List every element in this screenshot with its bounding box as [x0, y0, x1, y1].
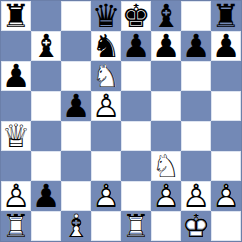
square-d1[interactable]: [91, 211, 121, 241]
square-c6[interactable]: [61, 61, 91, 91]
square-c5[interactable]: ♟: [61, 91, 91, 121]
square-d3[interactable]: [91, 151, 121, 181]
square-c1[interactable]: ♝♗: [61, 211, 91, 241]
white-pawn-icon: ♙: [91, 181, 121, 211]
square-b2[interactable]: ♟: [31, 181, 61, 211]
square-e7[interactable]: ♟: [121, 31, 151, 61]
square-h1[interactable]: [211, 211, 241, 241]
square-g1[interactable]: ♚♔: [181, 211, 211, 241]
square-a1[interactable]: ♜♖: [1, 211, 31, 241]
square-h5[interactable]: [211, 91, 241, 121]
black-rook-icon: ♜: [211, 1, 241, 31]
square-f4[interactable]: [151, 121, 181, 151]
square-h6[interactable]: [211, 61, 241, 91]
square-g8[interactable]: [181, 1, 211, 31]
black-bishop-icon: ♝: [31, 31, 61, 61]
square-d4[interactable]: [91, 121, 121, 151]
white-knight-fill: ♞: [91, 61, 121, 91]
white-pawn-icon: ♙: [181, 181, 211, 211]
square-f2[interactable]: ♟♙: [151, 181, 181, 211]
square-g7[interactable]: ♟: [181, 31, 211, 61]
square-g2[interactable]: ♟♙: [181, 181, 211, 211]
square-b8[interactable]: [31, 1, 61, 31]
black-pawn-icon: ♟: [61, 91, 91, 121]
white-pawn-fill: ♟: [91, 181, 121, 211]
square-h8[interactable]: ♜: [211, 1, 241, 31]
square-a2[interactable]: ♟♙: [1, 181, 31, 211]
square-c7[interactable]: [61, 31, 91, 61]
square-a6[interactable]: ♟: [1, 61, 31, 91]
white-pawn-icon: ♙: [91, 91, 121, 121]
square-g3[interactable]: [181, 151, 211, 181]
white-pawn-fill: ♟: [1, 181, 31, 211]
square-b7[interactable]: ♝: [31, 31, 61, 61]
square-g6[interactable]: [181, 61, 211, 91]
black-pawn-icon: ♟: [181, 31, 211, 61]
white-knight-icon: ♘: [91, 61, 121, 91]
square-h4[interactable]: [211, 121, 241, 151]
black-pawn-icon: ♟: [31, 181, 61, 211]
white-queen-fill: ♛: [1, 121, 31, 151]
square-b6[interactable]: [31, 61, 61, 91]
square-d7[interactable]: ♞: [91, 31, 121, 61]
black-knight-icon: ♞: [91, 31, 121, 61]
square-f6[interactable]: [151, 61, 181, 91]
square-f7[interactable]: ♟: [151, 31, 181, 61]
white-pawn-fill: ♟: [211, 181, 241, 211]
square-e5[interactable]: [121, 91, 151, 121]
square-a4[interactable]: ♛♕: [1, 121, 31, 151]
square-d2[interactable]: ♟♙: [91, 181, 121, 211]
square-b5[interactable]: [31, 91, 61, 121]
square-e3[interactable]: [121, 151, 151, 181]
white-bishop-icon: ♗: [61, 211, 91, 241]
square-h7[interactable]: ♟: [211, 31, 241, 61]
square-c4[interactable]: [61, 121, 91, 151]
square-e8[interactable]: ♚: [121, 1, 151, 31]
square-b3[interactable]: [31, 151, 61, 181]
white-rook-fill: ♜: [1, 211, 31, 241]
white-king-icon: ♔: [181, 211, 211, 241]
square-h3[interactable]: [211, 151, 241, 181]
white-rook-icon: ♖: [1, 211, 31, 241]
square-b1[interactable]: [31, 211, 61, 241]
black-pawn-icon: ♟: [211, 31, 241, 61]
square-h2[interactable]: ♟♙: [211, 181, 241, 211]
square-d5[interactable]: ♟♙: [91, 91, 121, 121]
black-pawn-icon: ♟: [121, 31, 151, 61]
square-e1[interactable]: ♜♖: [121, 211, 151, 241]
square-b4[interactable]: [31, 121, 61, 151]
white-rook-fill: ♜: [121, 211, 151, 241]
square-d8[interactable]: ♛: [91, 1, 121, 31]
square-g4[interactable]: [181, 121, 211, 151]
square-f3[interactable]: ♞♘: [151, 151, 181, 181]
white-pawn-fill: ♟: [91, 91, 121, 121]
white-bishop-fill: ♝: [61, 211, 91, 241]
square-a3[interactable]: [1, 151, 31, 181]
square-f5[interactable]: [151, 91, 181, 121]
white-knight-icon: ♘: [151, 151, 181, 181]
square-f1[interactable]: [151, 211, 181, 241]
square-g5[interactable]: [181, 91, 211, 121]
square-e4[interactable]: [121, 121, 151, 151]
white-pawn-fill: ♟: [151, 181, 181, 211]
black-pawn-icon: ♟: [1, 61, 31, 91]
square-a7[interactable]: [1, 31, 31, 61]
square-d6[interactable]: ♞♘: [91, 61, 121, 91]
black-pawn-icon: ♟: [151, 31, 181, 61]
white-rook-icon: ♖: [121, 211, 151, 241]
square-a8[interactable]: ♜: [1, 1, 31, 31]
white-pawn-icon: ♙: [151, 181, 181, 211]
chess-board: ♜♛♚♝♜♝♞♟♟♟♟♟♞♘♟♟♙♛♕♞♘♟♙♟♟♙♟♙♟♙♟♙♜♖♝♗♜♖♚♔: [1, 1, 241, 241]
square-c3[interactable]: [61, 151, 91, 181]
chess-board-frame: ♜♛♚♝♜♝♞♟♟♟♟♟♞♘♟♟♙♛♕♞♘♟♙♟♟♙♟♙♟♙♟♙♜♖♝♗♜♖♚♔: [0, 0, 242, 242]
square-e2[interactable]: [121, 181, 151, 211]
black-queen-icon: ♛: [91, 1, 121, 31]
black-bishop-icon: ♝: [151, 1, 181, 31]
square-e6[interactable]: [121, 61, 151, 91]
black-rook-icon: ♜: [1, 1, 31, 31]
white-pawn-icon: ♙: [211, 181, 241, 211]
white-knight-fill: ♞: [151, 151, 181, 181]
square-c8[interactable]: [61, 1, 91, 31]
square-a5[interactable]: [1, 91, 31, 121]
white-queen-icon: ♕: [1, 121, 31, 151]
white-pawn-icon: ♙: [1, 181, 31, 211]
black-king-icon: ♚: [121, 1, 151, 31]
white-pawn-fill: ♟: [181, 181, 211, 211]
white-king-fill: ♚: [181, 211, 211, 241]
square-f8[interactable]: ♝: [151, 1, 181, 31]
square-c2[interactable]: [61, 181, 91, 211]
